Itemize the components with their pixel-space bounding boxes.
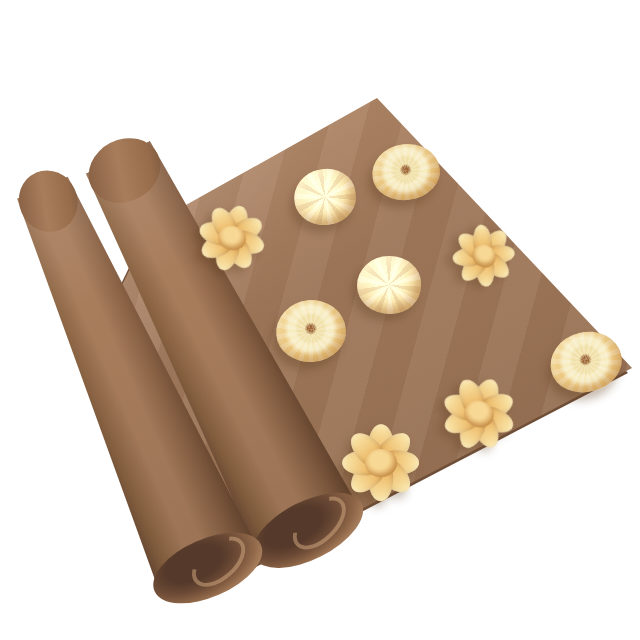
product-photo-scene — [0, 0, 640, 640]
cookie-center — [365, 449, 397, 478]
cookie-wreath-1 — [368, 140, 443, 205]
cookie-wreath-2 — [273, 297, 348, 365]
cookie-rosette-1 — [290, 164, 361, 230]
cookies-layer — [0, 0, 640, 640]
cookie-rosette-2 — [357, 256, 421, 314]
cookie-flower-1 — [189, 198, 275, 277]
cookie-wreath-3 — [544, 324, 628, 400]
cookie-flower-3 — [430, 368, 528, 460]
cookie-flower-4 — [339, 427, 423, 499]
cookie-flower-2 — [441, 213, 527, 299]
